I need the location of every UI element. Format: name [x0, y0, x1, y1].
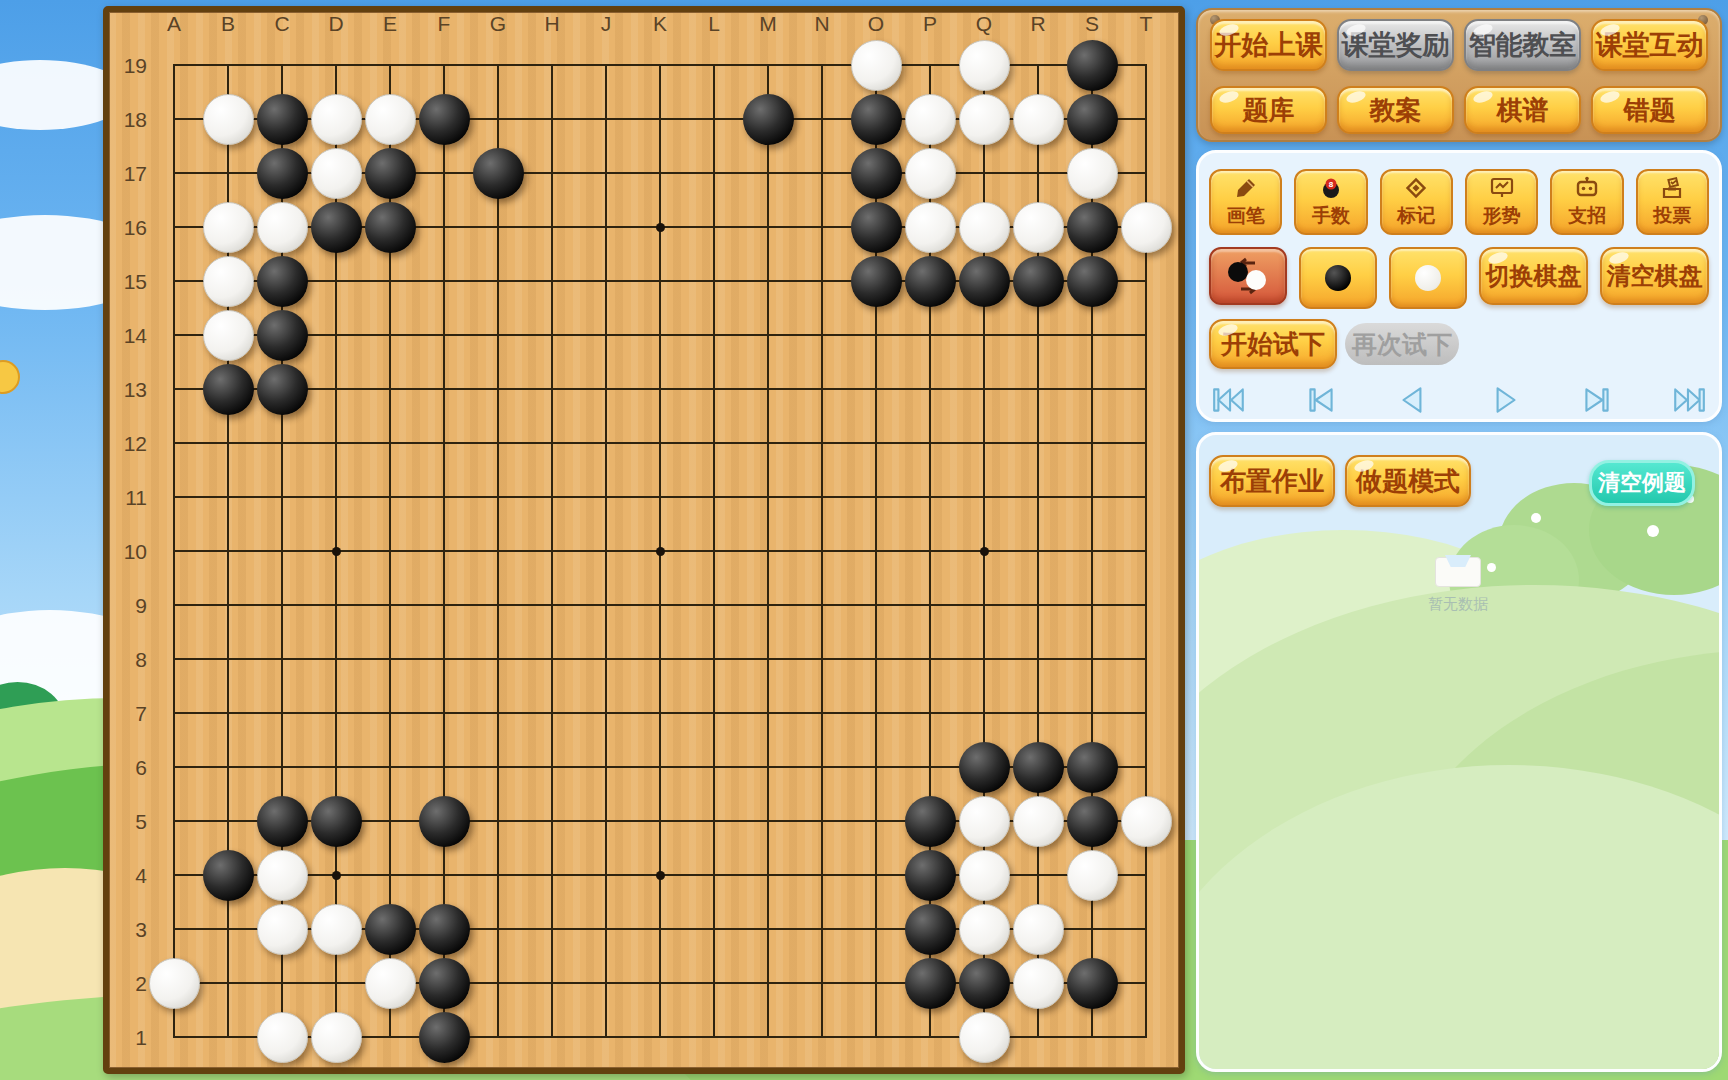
- row-label: 13: [109, 378, 147, 400]
- row-label: 2: [109, 972, 147, 994]
- grid-line: [767, 64, 769, 1038]
- stone-black[interactable]: [311, 796, 362, 847]
- stone-black[interactable]: [419, 796, 470, 847]
- stone-white[interactable]: [905, 148, 956, 199]
- star-point: [332, 871, 341, 880]
- exercise-mode-button[interactable]: 做题模式: [1345, 455, 1471, 507]
- star-point: [656, 871, 665, 880]
- row-label: 17: [109, 162, 147, 184]
- stone-white[interactable]: [959, 1012, 1010, 1063]
- class-interaction-button[interactable]: 课堂互动: [1591, 19, 1708, 71]
- stone-black[interactable]: [905, 796, 956, 847]
- stone-white[interactable]: [257, 850, 308, 901]
- row-label: 8: [109, 648, 147, 670]
- star-point: [656, 547, 665, 556]
- grid-line: [821, 64, 823, 1038]
- stone-black[interactable]: [257, 310, 308, 361]
- stone-black[interactable]: [905, 850, 956, 901]
- stone-black[interactable]: [959, 958, 1010, 1009]
- stone-white[interactable]: [203, 94, 254, 145]
- stone-white[interactable]: [203, 256, 254, 307]
- stone-white[interactable]: [257, 202, 308, 253]
- grid-line: [173, 712, 1147, 714]
- homework-panel: 布置作业 做题模式 清空例题 暂无数据: [1196, 432, 1722, 1072]
- star-point: [332, 547, 341, 556]
- column-label: Q: [971, 12, 997, 36]
- stone-white[interactable]: [311, 1012, 362, 1063]
- move-number-icon: 8: [1319, 175, 1343, 201]
- lesson-plan-button[interactable]: 教案: [1337, 86, 1454, 134]
- assign-homework-button[interactable]: 布置作业: [1209, 455, 1335, 507]
- stone-black[interactable]: [419, 1012, 470, 1063]
- stone-white[interactable]: [203, 310, 254, 361]
- alternate-stone-button[interactable]: [1209, 247, 1287, 305]
- class-panel: 开始上课 课堂奖励 智能教室 课堂互动 题库 教案 棋谱 错题: [1196, 8, 1722, 142]
- marker-tool-button[interactable]: 标记: [1380, 169, 1453, 235]
- white-stone-button[interactable]: [1389, 247, 1467, 309]
- stone-black[interactable]: [851, 148, 902, 199]
- stone-black[interactable]: [851, 256, 902, 307]
- row-label: 5: [109, 810, 147, 832]
- row-label: 11: [109, 486, 147, 508]
- stone-black[interactable]: [1067, 256, 1118, 307]
- row-label: 3: [109, 918, 147, 940]
- column-label: J: [593, 12, 619, 36]
- stone-white[interactable]: [959, 850, 1010, 901]
- stone-black[interactable]: [1067, 958, 1118, 1009]
- stone-white[interactable]: [1067, 148, 1118, 199]
- stone-black[interactable]: [365, 148, 416, 199]
- vote-ballot-icon: [1660, 175, 1684, 201]
- stone-white[interactable]: [1121, 202, 1172, 253]
- white-stone-icon: [1415, 265, 1441, 291]
- stone-black[interactable]: [1067, 40, 1118, 91]
- row-label: 9: [109, 594, 147, 616]
- stone-white[interactable]: [959, 40, 1010, 91]
- column-label: O: [863, 12, 889, 36]
- clear-board-button[interactable]: 清空棋盘: [1600, 247, 1709, 305]
- column-label: A: [161, 12, 187, 36]
- hint-tool-button[interactable]: 支招: [1550, 169, 1623, 235]
- column-label: P: [917, 12, 943, 36]
- star-point: [656, 223, 665, 232]
- stone-white[interactable]: [311, 148, 362, 199]
- step-back-bar-button[interactable]: [1303, 383, 1339, 417]
- stone-black[interactable]: [1067, 742, 1118, 793]
- row-label: 16: [109, 216, 147, 238]
- stone-white[interactable]: [311, 904, 362, 955]
- tool-label: 支招: [1568, 203, 1606, 229]
- row-label: 10: [109, 540, 147, 562]
- stone-black[interactable]: [257, 256, 308, 307]
- black-stone-button[interactable]: [1299, 247, 1377, 309]
- start-trial-button[interactable]: 开始试下: [1209, 319, 1337, 369]
- marker-icon: [1404, 175, 1428, 201]
- column-label: D: [323, 12, 349, 36]
- stone-black[interactable]: [1013, 256, 1064, 307]
- empty-envelope-icon: [1435, 551, 1481, 589]
- stone-white[interactable]: [1013, 958, 1064, 1009]
- stone-black[interactable]: [257, 796, 308, 847]
- switch-board-button[interactable]: 切换棋盘: [1479, 247, 1588, 305]
- column-label: M: [755, 12, 781, 36]
- column-label: N: [809, 12, 835, 36]
- grid-line: [173, 658, 1147, 660]
- stone-white[interactable]: [1013, 202, 1064, 253]
- territory-tool-button[interactable]: 形势: [1465, 169, 1538, 235]
- column-label: C: [269, 12, 295, 36]
- stone-black[interactable]: [905, 904, 956, 955]
- vote-tool-button[interactable]: 投票: [1636, 169, 1709, 235]
- game-record-button[interactable]: 棋谱: [1464, 86, 1581, 134]
- hint-robot-icon: [1574, 175, 1600, 201]
- retry-trial-button[interactable]: 再次试下: [1345, 323, 1459, 365]
- stone-black[interactable]: [203, 850, 254, 901]
- wrong-question-button[interactable]: 错题: [1591, 86, 1708, 134]
- stone-black[interactable]: [257, 364, 308, 415]
- stone-black[interactable]: [905, 256, 956, 307]
- column-label: L: [701, 12, 727, 36]
- row-label: 4: [109, 864, 147, 886]
- pencil-icon: [1234, 175, 1258, 201]
- class-reward-button[interactable]: 课堂奖励: [1337, 19, 1454, 71]
- tool-label: 形势: [1483, 203, 1521, 229]
- stone-white[interactable]: [1067, 850, 1118, 901]
- row-label: 18: [109, 108, 147, 130]
- stone-white[interactable]: [959, 904, 1010, 955]
- grid-line: [713, 64, 715, 1038]
- stone-white[interactable]: [959, 94, 1010, 145]
- tool-label: 手数: [1312, 203, 1350, 229]
- stone-black[interactable]: [959, 742, 1010, 793]
- tool-label: 投票: [1653, 203, 1691, 229]
- column-label: H: [539, 12, 565, 36]
- tool-label: 标记: [1397, 203, 1435, 229]
- clear-examples-button[interactable]: 清空例题: [1589, 460, 1695, 506]
- column-label: S: [1079, 12, 1105, 36]
- stone-white[interactable]: [1013, 94, 1064, 145]
- row-label: 7: [109, 702, 147, 724]
- bush-dot: [1531, 513, 1541, 523]
- brush-tool-button[interactable]: 画笔: [1209, 169, 1282, 235]
- stone-white[interactable]: [257, 904, 308, 955]
- empty-state-text: 暂无数据: [1388, 595, 1528, 614]
- stone-white[interactable]: [311, 94, 362, 145]
- stone-white[interactable]: [905, 94, 956, 145]
- bush-dot: [1647, 525, 1659, 537]
- stone-black[interactable]: [365, 904, 416, 955]
- skip-to-start-button[interactable]: [1211, 383, 1247, 417]
- row-label: 6: [109, 756, 147, 778]
- column-label: F: [431, 12, 457, 36]
- stone-black[interactable]: [1067, 796, 1118, 847]
- smart-classroom-button[interactable]: 智能教室: [1464, 19, 1581, 71]
- star-point: [980, 547, 989, 556]
- stone-black[interactable]: [257, 148, 308, 199]
- stone-white[interactable]: [203, 202, 254, 253]
- tool-panel: 画笔 8 手数 标记 形势 支招: [1196, 150, 1722, 422]
- row-label: 12: [109, 432, 147, 454]
- row-label: 14: [109, 324, 147, 346]
- stone-white[interactable]: [1013, 796, 1064, 847]
- stone-black[interactable]: [851, 94, 902, 145]
- black-stone-icon: [1325, 265, 1351, 291]
- stone-white[interactable]: [905, 202, 956, 253]
- stone-black[interactable]: [473, 148, 524, 199]
- stone-white[interactable]: [365, 94, 416, 145]
- territory-icon: [1489, 175, 1515, 201]
- column-label: E: [377, 12, 403, 36]
- row-label: 1: [109, 1026, 147, 1048]
- stone-white[interactable]: [365, 958, 416, 1009]
- stone-black[interactable]: [311, 202, 362, 253]
- question-bank-button[interactable]: 题库: [1210, 86, 1327, 134]
- tool-label: 画笔: [1227, 203, 1265, 229]
- bush-dot: [1487, 563, 1496, 572]
- stone-black[interactable]: [905, 958, 956, 1009]
- stone-black[interactable]: [743, 94, 794, 145]
- column-label: R: [1025, 12, 1051, 36]
- move-number-tool-button[interactable]: 8 手数: [1294, 169, 1367, 235]
- skip-to-end-button[interactable]: [1671, 383, 1707, 417]
- grid-line: [173, 604, 1147, 606]
- stone-black[interactable]: [257, 94, 308, 145]
- column-label: T: [1133, 12, 1159, 36]
- step-forward-button[interactable]: [1487, 383, 1523, 417]
- stone-white[interactable]: [1121, 796, 1172, 847]
- column-label: B: [215, 12, 241, 36]
- column-label: K: [647, 12, 673, 36]
- stone-black[interactable]: [203, 364, 254, 415]
- stone-black[interactable]: [419, 94, 470, 145]
- stone-black[interactable]: [959, 256, 1010, 307]
- stone-white[interactable]: [959, 796, 1010, 847]
- stone-black[interactable]: [419, 904, 470, 955]
- column-label: G: [485, 12, 511, 36]
- start-class-button[interactable]: 开始上课: [1210, 19, 1327, 71]
- stone-white[interactable]: [257, 1012, 308, 1063]
- stone-white[interactable]: [1013, 904, 1064, 955]
- row-label: 15: [109, 270, 147, 292]
- stone-white[interactable]: [959, 202, 1010, 253]
- step-forward-bar-button[interactable]: [1579, 383, 1615, 417]
- sun-icon: [0, 360, 20, 394]
- stone-white[interactable]: [851, 40, 902, 91]
- stone-black[interactable]: [1013, 742, 1064, 793]
- go-board[interactable]: ABCDEFGHJKLMNOPQRST191817161514131211109…: [103, 6, 1185, 1074]
- stone-black[interactable]: [365, 202, 416, 253]
- step-back-button[interactable]: [1395, 383, 1431, 417]
- row-label: 19: [109, 54, 147, 76]
- svg-text:8: 8: [1329, 180, 1334, 189]
- stone-black[interactable]: [1067, 94, 1118, 145]
- stone-white[interactable]: [149, 958, 200, 1009]
- stone-black[interactable]: [1067, 202, 1118, 253]
- stone-black[interactable]: [419, 958, 470, 1009]
- stone-black[interactable]: [851, 202, 902, 253]
